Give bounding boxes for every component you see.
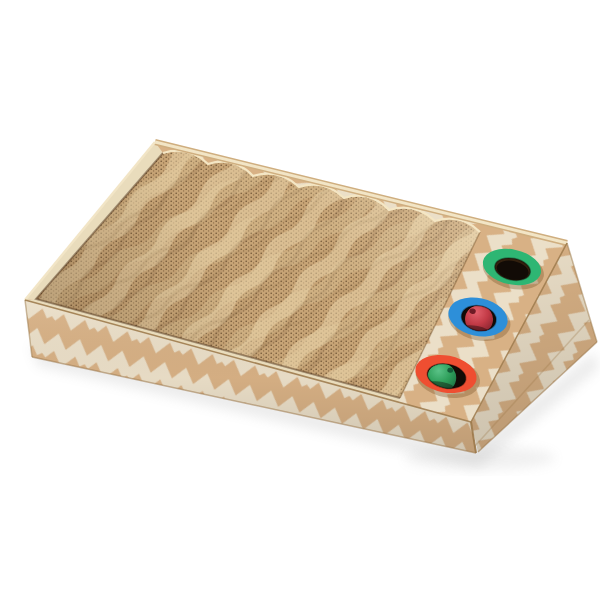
product-photo <box>0 0 600 600</box>
